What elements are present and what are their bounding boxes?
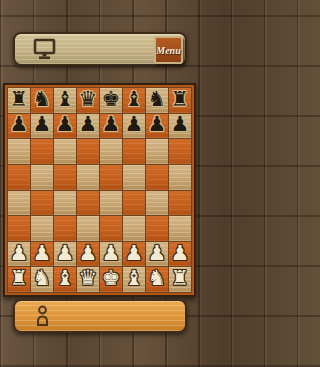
square-c6[interactable] [54,139,76,164]
square-e8[interactable]: ♚ [100,88,122,113]
black-pawn: ♟ [171,114,190,135]
chess-app-screen: { "game": "chess", "position": "rnbqkbnr… [0,0,200,367]
black-pawn: ♟ [56,114,75,135]
square-h3[interactable] [169,216,191,241]
square-d4[interactable] [77,191,99,216]
black-bishop: ♝ [56,89,75,110]
white-pawn: ♟ [79,243,98,264]
black-bishop: ♝ [125,89,144,110]
square-a3[interactable] [8,216,30,241]
square-d5[interactable] [77,165,99,190]
black-pawn: ♟ [125,114,144,135]
square-b5[interactable] [31,165,53,190]
square-b1[interactable]: ♞ [31,267,53,292]
black-pawn: ♟ [148,114,167,135]
square-h6[interactable] [169,139,191,164]
square-f7[interactable]: ♟ [123,114,145,139]
player-bar [13,299,187,333]
square-b8[interactable]: ♞ [31,88,53,113]
computer-monitor-icon [33,37,56,61]
square-g3[interactable] [146,216,168,241]
white-knight: ♞ [33,268,52,289]
square-g8[interactable]: ♞ [146,88,168,113]
square-d3[interactable] [77,216,99,241]
white-bishop: ♝ [56,268,75,289]
square-h1[interactable]: ♜ [169,267,191,292]
white-pawn: ♟ [125,243,144,264]
square-d1[interactable]: ♛ [77,267,99,292]
opponent-bar: Menu [13,32,187,66]
black-pawn: ♟ [33,114,52,135]
square-e6[interactable] [100,139,122,164]
square-f6[interactable] [123,139,145,164]
square-c1[interactable]: ♝ [54,267,76,292]
white-bishop: ♝ [125,268,144,289]
square-f3[interactable] [123,216,145,241]
square-b3[interactable] [31,216,53,241]
square-f8[interactable]: ♝ [123,88,145,113]
black-knight: ♞ [33,89,52,110]
square-g6[interactable] [146,139,168,164]
black-rook: ♜ [10,89,29,110]
square-a4[interactable] [8,191,30,216]
white-rook: ♜ [10,268,29,289]
square-d7[interactable]: ♟ [77,114,99,139]
square-b7[interactable]: ♟ [31,114,53,139]
black-pawn: ♟ [10,114,29,135]
black-king: ♚ [102,89,121,110]
square-g2[interactable]: ♟ [146,242,168,267]
square-g7[interactable]: ♟ [146,114,168,139]
square-h4[interactable] [169,191,191,216]
square-b4[interactable] [31,191,53,216]
square-h7[interactable]: ♟ [169,114,191,139]
black-pawn: ♟ [79,114,98,135]
square-h2[interactable]: ♟ [169,242,191,267]
square-e3[interactable] [100,216,122,241]
person-icon [35,304,50,328]
square-b6[interactable] [31,139,53,164]
chess-board: ♜♞♝♛♚♝♞♜♟♟♟♟♟♟♟♟♟♟♟♟♟♟♟♟♜♞♝♛♚♝♞♜ [3,83,196,297]
white-king: ♚ [102,268,121,289]
square-d6[interactable] [77,139,99,164]
square-g4[interactable] [146,191,168,216]
square-c7[interactable]: ♟ [54,114,76,139]
square-c5[interactable] [54,165,76,190]
white-pawn: ♟ [148,243,167,264]
square-a2[interactable]: ♟ [8,242,30,267]
square-h8[interactable]: ♜ [169,88,191,113]
white-pawn: ♟ [10,243,29,264]
square-a5[interactable] [8,165,30,190]
square-c8[interactable]: ♝ [54,88,76,113]
square-a6[interactable] [8,139,30,164]
square-a8[interactable]: ♜ [8,88,30,113]
square-f4[interactable] [123,191,145,216]
square-g1[interactable]: ♞ [146,267,168,292]
square-f1[interactable]: ♝ [123,267,145,292]
square-f2[interactable]: ♟ [123,242,145,267]
white-pawn: ♟ [102,243,121,264]
square-d2[interactable]: ♟ [77,242,99,267]
square-c4[interactable] [54,191,76,216]
menu-button[interactable]: Menu [154,36,183,64]
square-g5[interactable] [146,165,168,190]
square-b2[interactable]: ♟ [31,242,53,267]
white-pawn: ♟ [171,243,190,264]
white-pawn: ♟ [33,243,52,264]
square-e1[interactable]: ♚ [100,267,122,292]
square-c3[interactable] [54,216,76,241]
square-e4[interactable] [100,191,122,216]
black-rook: ♜ [171,89,190,110]
square-a7[interactable]: ♟ [8,114,30,139]
chess-board-grid: ♜♞♝♛♚♝♞♜♟♟♟♟♟♟♟♟♟♟♟♟♟♟♟♟♜♞♝♛♚♝♞♜ [7,87,192,293]
square-f5[interactable] [123,165,145,190]
white-knight: ♞ [148,268,167,289]
black-knight: ♞ [148,89,167,110]
square-h5[interactable] [169,165,191,190]
square-a1[interactable]: ♜ [8,267,30,292]
black-pawn: ♟ [102,114,121,135]
white-pawn: ♟ [56,243,75,264]
black-queen: ♛ [79,89,98,110]
square-d8[interactable]: ♛ [77,88,99,113]
square-e2[interactable]: ♟ [100,242,122,267]
square-c2[interactable]: ♟ [54,242,76,267]
square-e5[interactable] [100,165,122,190]
white-queen: ♛ [79,268,98,289]
white-rook: ♜ [171,268,190,289]
square-e7[interactable]: ♟ [100,114,122,139]
